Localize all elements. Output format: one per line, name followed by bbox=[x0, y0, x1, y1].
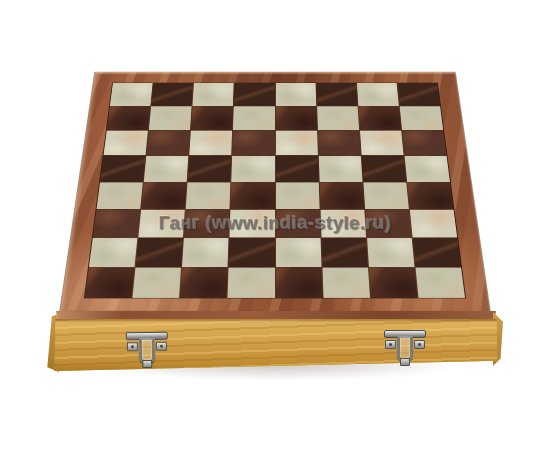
stone-front-edge bbox=[56, 311, 496, 320]
square-a8 bbox=[110, 83, 153, 106]
square-e4 bbox=[275, 182, 319, 209]
square-g8 bbox=[357, 83, 399, 106]
square-a7 bbox=[107, 106, 151, 130]
square-g1 bbox=[369, 268, 418, 298]
square-c1 bbox=[180, 268, 228, 298]
square-f2 bbox=[321, 238, 368, 267]
square-g6 bbox=[360, 131, 404, 156]
square-h2 bbox=[413, 238, 461, 267]
square-d5 bbox=[232, 156, 275, 182]
square-f4 bbox=[319, 182, 364, 209]
square-d8 bbox=[234, 83, 275, 106]
square-g4 bbox=[363, 182, 409, 209]
left-clasp bbox=[126, 331, 169, 370]
square-d7 bbox=[233, 106, 274, 130]
square-g2 bbox=[367, 238, 415, 267]
square-c4 bbox=[186, 182, 231, 209]
square-b6 bbox=[146, 131, 190, 156]
left-clasp-catch bbox=[142, 360, 152, 368]
square-h4 bbox=[407, 182, 453, 209]
square-e6 bbox=[275, 131, 317, 156]
square-d3 bbox=[230, 209, 275, 237]
square-e3 bbox=[275, 209, 320, 237]
square-c2 bbox=[182, 238, 229, 267]
square-f7 bbox=[317, 106, 359, 130]
square-e5 bbox=[275, 156, 318, 182]
board-top-face bbox=[60, 72, 490, 313]
square-a2 bbox=[89, 238, 137, 267]
right-clasp-catch bbox=[400, 358, 410, 366]
square-a3 bbox=[93, 209, 140, 237]
checker-grid bbox=[84, 83, 466, 299]
square-b7 bbox=[149, 106, 192, 130]
square-h8 bbox=[397, 83, 440, 106]
left-clasp-right-ear bbox=[156, 342, 167, 351]
square-b2 bbox=[136, 238, 184, 267]
square-h6 bbox=[402, 131, 447, 156]
square-a1 bbox=[85, 268, 135, 298]
square-f1 bbox=[322, 268, 370, 298]
square-f3 bbox=[320, 209, 366, 237]
square-b3 bbox=[139, 209, 186, 237]
square-f8 bbox=[316, 83, 357, 106]
square-h7 bbox=[400, 106, 444, 130]
square-a6 bbox=[103, 131, 148, 156]
right-clasp bbox=[384, 329, 426, 367]
square-h1 bbox=[415, 268, 465, 298]
square-h5 bbox=[404, 156, 449, 182]
square-e1 bbox=[275, 268, 322, 298]
square-c5 bbox=[188, 156, 232, 182]
square-c8 bbox=[193, 83, 234, 106]
square-f6 bbox=[318, 131, 361, 156]
square-d1 bbox=[228, 268, 275, 298]
right-clasp-left-ear bbox=[385, 340, 396, 349]
square-b8 bbox=[151, 83, 193, 106]
square-f5 bbox=[318, 156, 362, 182]
square-h3 bbox=[410, 209, 457, 237]
square-g5 bbox=[361, 156, 406, 182]
square-e8 bbox=[275, 83, 316, 106]
square-c3 bbox=[184, 209, 230, 237]
square-a5 bbox=[100, 156, 145, 182]
square-d4 bbox=[231, 182, 275, 209]
square-c6 bbox=[189, 131, 232, 156]
square-c7 bbox=[191, 106, 233, 130]
square-d6 bbox=[232, 131, 274, 156]
square-e7 bbox=[275, 106, 316, 130]
right-clasp-right-ear bbox=[414, 340, 425, 349]
photo-scene: Ганг (www.india-style.ru) bbox=[0, 0, 550, 456]
square-g3 bbox=[365, 209, 412, 237]
square-b1 bbox=[133, 268, 182, 298]
square-b5 bbox=[144, 156, 189, 182]
square-a4 bbox=[97, 182, 143, 209]
square-d2 bbox=[229, 238, 275, 267]
square-b4 bbox=[141, 182, 187, 209]
left-clasp-left-ear bbox=[127, 342, 138, 351]
square-g7 bbox=[358, 106, 401, 130]
square-e2 bbox=[275, 238, 321, 267]
